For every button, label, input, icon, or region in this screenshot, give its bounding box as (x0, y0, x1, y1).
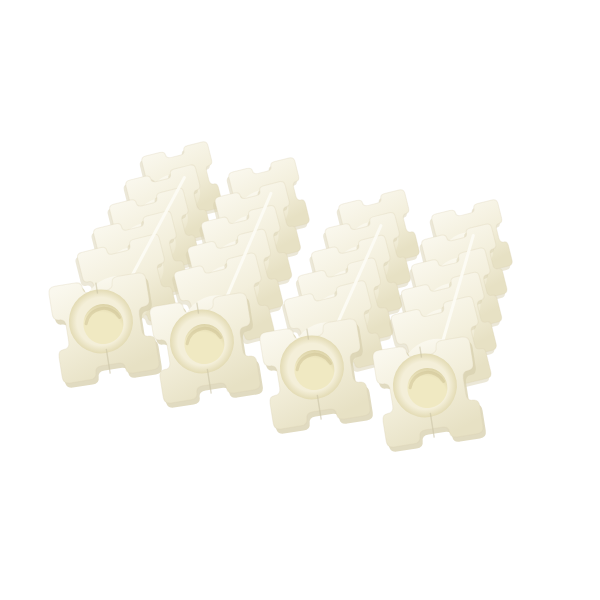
photo-canvas (0, 0, 600, 600)
product-photo (0, 0, 600, 600)
